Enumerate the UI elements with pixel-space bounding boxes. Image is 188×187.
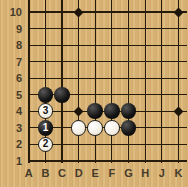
column-label-K: K bbox=[170, 166, 186, 180]
grid-line-column-H bbox=[145, 0, 146, 163]
column-label-E: E bbox=[87, 166, 103, 180]
white-stone-F3 bbox=[104, 120, 120, 136]
grid-line-row-6 bbox=[28, 78, 188, 79]
black-stone-F4 bbox=[104, 103, 120, 119]
column-label-D: D bbox=[71, 166, 87, 180]
row-label-7: 7 bbox=[0, 55, 22, 69]
row-label-9: 9 bbox=[0, 22, 22, 36]
column-label-B: B bbox=[37, 166, 53, 180]
grid-line-column-D bbox=[78, 0, 79, 163]
white-stone-D3 bbox=[71, 120, 87, 136]
grid-line-row-7 bbox=[28, 61, 188, 62]
grid-line-column-E bbox=[95, 0, 96, 163]
column-label-C: C bbox=[54, 166, 70, 180]
white-stone-E3 bbox=[87, 120, 103, 136]
grid-line-column-F bbox=[111, 0, 112, 163]
white-stone-B2: 2 bbox=[38, 137, 54, 153]
black-stone-B5 bbox=[38, 87, 54, 103]
star-point-K10 bbox=[173, 7, 183, 17]
row-label-6: 6 bbox=[0, 71, 22, 85]
column-label-G: G bbox=[121, 166, 137, 180]
column-label-J: J bbox=[154, 166, 170, 180]
row-label-5: 5 bbox=[0, 88, 22, 102]
grid-line-column-A bbox=[28, 0, 31, 163]
row-label-1: 1 bbox=[0, 154, 22, 168]
star-point-D10 bbox=[74, 7, 84, 17]
move-number-2: 2 bbox=[43, 139, 49, 149]
black-stone-G3 bbox=[121, 120, 137, 136]
black-stone-E4 bbox=[87, 103, 103, 119]
grid-line-column-K bbox=[178, 0, 179, 163]
grid-line-column-J bbox=[161, 0, 162, 163]
grid-line-column-C bbox=[61, 0, 62, 163]
move-number-1: 1 bbox=[43, 123, 49, 133]
grid-line-row-1 bbox=[28, 160, 188, 163]
black-stone-C5 bbox=[54, 87, 70, 103]
grid-line-row-8 bbox=[28, 45, 188, 46]
grid-line-row-9 bbox=[28, 28, 188, 29]
black-stone-G4 bbox=[121, 103, 137, 119]
go-board: 10987654321ABCDEFGHJK132 bbox=[0, 0, 187, 187]
row-label-4: 4 bbox=[0, 104, 22, 118]
row-label-10: 10 bbox=[0, 5, 22, 19]
move-number-3: 3 bbox=[43, 106, 49, 116]
column-label-F: F bbox=[104, 166, 120, 180]
column-label-H: H bbox=[137, 166, 153, 180]
grid-line-column-G bbox=[128, 0, 129, 163]
star-point-K4 bbox=[173, 106, 183, 116]
star-point-D4 bbox=[74, 106, 84, 116]
grid-line-row-10 bbox=[28, 11, 188, 12]
row-label-3: 3 bbox=[0, 121, 22, 135]
white-stone-B4: 3 bbox=[38, 103, 54, 119]
black-stone-B3: 1 bbox=[38, 120, 54, 136]
column-label-A: A bbox=[21, 166, 37, 180]
row-label-2: 2 bbox=[0, 137, 22, 151]
row-label-8: 8 bbox=[0, 38, 22, 52]
